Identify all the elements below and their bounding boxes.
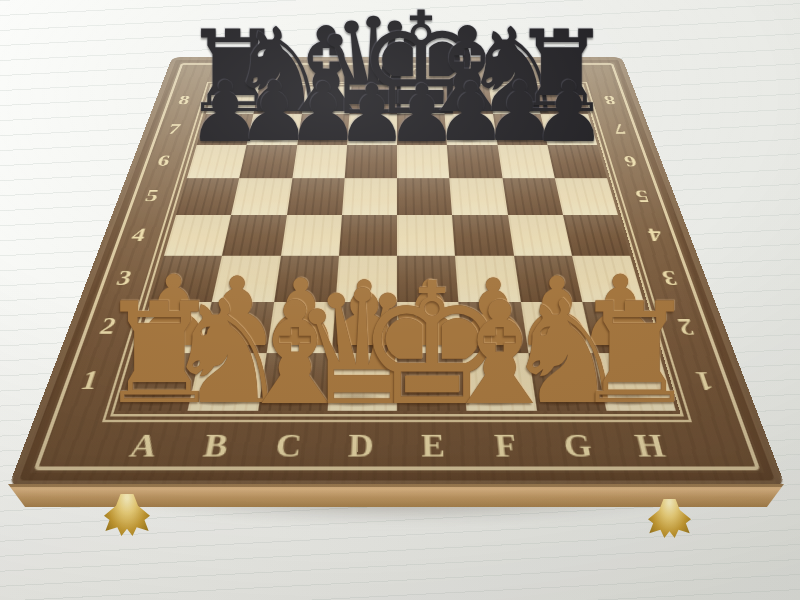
square-h4[interactable]: [563, 215, 630, 256]
square-f5[interactable]: [450, 178, 508, 215]
square-c5[interactable]: [287, 178, 345, 215]
square-h5[interactable]: [555, 178, 618, 215]
table-surface: ABCDEFGH ABCDEFGH 87654321 87654321 ♜♞♝♛…: [0, 0, 800, 600]
square-b4[interactable]: [222, 215, 286, 256]
square-g5[interactable]: [502, 178, 563, 215]
square-a5[interactable]: [176, 178, 239, 215]
square-e5[interactable]: [397, 178, 452, 215]
square-g4[interactable]: [508, 215, 572, 256]
piece-white-rook-h1[interactable]: ♜: [572, 285, 697, 424]
square-c4[interactable]: [280, 215, 341, 256]
square-a4[interactable]: [164, 215, 231, 256]
square-b5[interactable]: [231, 178, 292, 215]
square-d5[interactable]: [342, 178, 397, 215]
piece-black-pawn-h7[interactable]: ♟: [531, 70, 607, 154]
